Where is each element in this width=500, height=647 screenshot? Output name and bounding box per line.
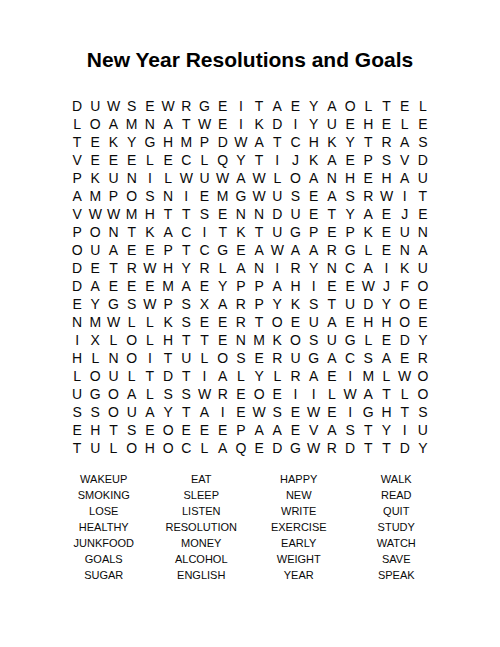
grid-cell: H [159, 259, 177, 277]
grid-cell: D [68, 97, 86, 115]
grid-cell: U [268, 187, 286, 205]
grid-cell: E [341, 115, 359, 133]
grid-cell: T [68, 439, 86, 457]
grid-cell: W [377, 187, 395, 205]
grid-cell: A [232, 169, 250, 187]
grid-cell: R [195, 259, 213, 277]
grid-cell: Y [86, 295, 104, 313]
word-item: READ [348, 487, 446, 503]
grid-cell: L [141, 151, 159, 169]
grid-cell: I [341, 367, 359, 385]
grid-cell: L [195, 349, 213, 367]
grid-cell: D [68, 277, 86, 295]
word-item: WATCH [348, 535, 446, 551]
grid-cell: O [414, 385, 432, 403]
grid-cell: A [377, 349, 395, 367]
grid-cell: A [86, 277, 104, 295]
grid-cell: E [305, 205, 323, 223]
grid-cell: E [214, 313, 232, 331]
grid-cell: A [396, 169, 414, 187]
grid-cell: L [396, 115, 414, 133]
grid-cell: E [123, 277, 141, 295]
grid-cell: U [414, 169, 432, 187]
grid-cell: W [341, 385, 359, 403]
grid-cell: I [286, 385, 304, 403]
word-item: ENGLISH [153, 567, 251, 583]
grid-cell: D [214, 133, 232, 151]
grid-cell: I [141, 169, 159, 187]
grid-cell: A [123, 385, 141, 403]
grid-cell: L [141, 313, 159, 331]
grid-cell: E [323, 277, 341, 295]
grid-cell: D [268, 115, 286, 133]
grid-cell: W [232, 133, 250, 151]
grid-cell: W [214, 169, 232, 187]
grid-cell: U [341, 295, 359, 313]
grid-cell: E [123, 241, 141, 259]
grid-cell: T [396, 403, 414, 421]
word-item: NEW [250, 487, 348, 503]
grid-cell: E [377, 241, 395, 259]
grid-cell: Y [377, 295, 395, 313]
grid-cell: H [305, 133, 323, 151]
grid-cell: Y [377, 421, 395, 439]
grid-cell: T [104, 421, 122, 439]
grid-cell: U [195, 169, 213, 187]
grid-cell: W [359, 277, 377, 295]
grid-cell: E [268, 385, 286, 403]
grid-cell: Y [214, 277, 232, 295]
grid-cell: O [104, 403, 122, 421]
grid-cell: N [232, 331, 250, 349]
grid-cell: U [68, 385, 86, 403]
grid-cell: I [214, 403, 232, 421]
grid-cell: E [177, 421, 195, 439]
grid-cell: U [86, 97, 104, 115]
grid-cell: A [104, 115, 122, 133]
grid-cell: E [250, 439, 268, 457]
grid-cell: S [141, 187, 159, 205]
grid-cell: G [214, 241, 232, 259]
grid-cell: V [68, 205, 86, 223]
grid-cell: H [141, 205, 159, 223]
grid-cell: E [68, 421, 86, 439]
grid-cell: E [195, 277, 213, 295]
grid-cell: A [268, 97, 286, 115]
grid-cell: E [214, 115, 232, 133]
grid-cell: P [68, 169, 86, 187]
grid-cell: S [86, 403, 104, 421]
grid-cell: G [341, 331, 359, 349]
grid-cell: S [268, 403, 286, 421]
grid-cell: M [359, 367, 377, 385]
grid-cell: D [68, 259, 86, 277]
grid-cell: E [323, 367, 341, 385]
grid-cell: S [359, 349, 377, 367]
grid-cell: R [177, 97, 195, 115]
grid-cell: E [323, 223, 341, 241]
grid-cell: H [159, 331, 177, 349]
grid-cell: U [396, 223, 414, 241]
grid-cell: E [141, 241, 159, 259]
grid-cell: E [377, 331, 395, 349]
grid-cell: G [305, 349, 323, 367]
word-item: SUGAR [55, 567, 153, 583]
grid-cell: C [195, 241, 213, 259]
grid-cell: M [86, 313, 104, 331]
grid-cell: H [377, 169, 395, 187]
grid-cell: K [104, 133, 122, 151]
grid-cell: W [195, 385, 213, 403]
grid-cell: A [323, 421, 341, 439]
word-item: GOALS [55, 551, 153, 567]
grid-cell: M [177, 133, 195, 151]
grid-cell: O [86, 367, 104, 385]
word-list-column: EATSLEEPLISTENRESOLUTIONMONEYALCOHOLENGL… [153, 471, 251, 583]
word-item: WEIGHT [250, 551, 348, 567]
grid-cell: E [377, 115, 395, 133]
grid-cell: A [250, 421, 268, 439]
grid-cell: E [232, 403, 250, 421]
grid-cell: E [286, 313, 304, 331]
grid-cell: S [177, 385, 195, 403]
grid-cell: E [86, 133, 104, 151]
grid-cell: Y [177, 259, 195, 277]
grid-cell: T [214, 223, 232, 241]
grid-cell: U [177, 349, 195, 367]
grid-cell: A [414, 241, 432, 259]
grid-cell: P [104, 187, 122, 205]
grid-cell: Y [341, 205, 359, 223]
grid-cell: E [141, 277, 159, 295]
grid-cell: A [214, 295, 232, 313]
grid-cell: E [86, 259, 104, 277]
grid-cell: S [123, 97, 141, 115]
grid-cell: P [250, 277, 268, 295]
grid-cell: Y [250, 367, 268, 385]
grid-cell: N [123, 169, 141, 187]
grid-cell: I [341, 403, 359, 421]
grid-cell: W [268, 241, 286, 259]
word-item: WRITE [250, 503, 348, 519]
grid-cell: N [250, 259, 268, 277]
grid-cell: P [341, 223, 359, 241]
grid-cell: A [250, 133, 268, 151]
grid-cell: E [123, 151, 141, 169]
grid-cell: O [268, 313, 286, 331]
grid-cell: O [86, 223, 104, 241]
grid-cell: E [377, 223, 395, 241]
grid-cell: I [68, 331, 86, 349]
grid-cell: U [86, 241, 104, 259]
grid-cell: I [195, 367, 213, 385]
grid-cell: G [232, 187, 250, 205]
grid-cell: K [268, 331, 286, 349]
grid-cell: L [68, 115, 86, 133]
grid-cell: T [359, 133, 377, 151]
word-item: JUNKFOOD [55, 535, 153, 551]
grid-cell: K [323, 133, 341, 151]
grid-cell: H [377, 313, 395, 331]
grid-cell: E [104, 151, 122, 169]
grid-cell: N [159, 187, 177, 205]
grid-cell: E [232, 241, 250, 259]
grid-cell: C [177, 439, 195, 457]
grid-cell: M [214, 187, 232, 205]
grid-cell: V [305, 421, 323, 439]
grid-cell: E [414, 115, 432, 133]
grid-cell: L [141, 385, 159, 403]
grid-cell: L [268, 169, 286, 187]
grid-cell: I [268, 151, 286, 169]
grid-cell: U [104, 367, 122, 385]
grid-cell: R [323, 241, 341, 259]
grid-cell: L [86, 349, 104, 367]
grid-cell: T [68, 133, 86, 151]
letter-grid: DUWSEWRGEITAEYAOLTELLOAMNATWEIKDIYUEHELE… [68, 97, 432, 457]
grid-cell: W [195, 115, 213, 133]
grid-cell: T [177, 403, 195, 421]
grid-cell: E [214, 205, 232, 223]
grid-cell: T [359, 439, 377, 457]
grid-cell: T [377, 385, 395, 403]
grid-cell: W [86, 205, 104, 223]
word-item: SAVE [348, 551, 446, 567]
grid-cell: W [104, 313, 122, 331]
grid-cell: R [232, 295, 250, 313]
grid-cell: W [250, 169, 268, 187]
grid-cell: N [104, 223, 122, 241]
grid-cell: P [250, 295, 268, 313]
grid-cell: E [195, 421, 213, 439]
grid-cell: A [250, 241, 268, 259]
grid-cell: L [141, 331, 159, 349]
grid-cell: U [305, 313, 323, 331]
grid-cell: T [177, 205, 195, 223]
grid-cell: I [195, 223, 213, 241]
grid-cell: L [414, 97, 432, 115]
grid-cell: W [159, 97, 177, 115]
grid-cell: A [305, 241, 323, 259]
puzzle-title: New Year Resolutions and Goals [0, 48, 500, 72]
grid-cell: W [104, 205, 122, 223]
grid-cell: I [305, 277, 323, 295]
grid-cell: T [250, 97, 268, 115]
grid-cell: O [250, 385, 268, 403]
grid-cell: E [86, 151, 104, 169]
grid-cell: T [250, 313, 268, 331]
grid-cell: D [341, 439, 359, 457]
grid-cell: E [195, 313, 213, 331]
grid-cell: R [359, 187, 377, 205]
grid-cell: T [268, 133, 286, 151]
grid-cell: Y [159, 403, 177, 421]
grid-cell: R [214, 385, 232, 403]
grid-cell: A [195, 403, 213, 421]
grid-cell: T [159, 349, 177, 367]
grid-cell: N [232, 205, 250, 223]
word-item: EAT [153, 471, 251, 487]
grid-cell: L [214, 259, 232, 277]
grid-cell: E [214, 97, 232, 115]
grid-cell: A [323, 97, 341, 115]
grid-cell: A [268, 421, 286, 439]
grid-cell: T [377, 97, 395, 115]
grid-cell: L [359, 97, 377, 115]
grid-cell: R [414, 349, 432, 367]
grid-cell: N [141, 115, 159, 133]
grid-cell: I [286, 115, 304, 133]
grid-cell: N [104, 349, 122, 367]
grid-cell: N [250, 205, 268, 223]
grid-cell: L [159, 169, 177, 187]
grid-cell: A [305, 367, 323, 385]
grid-cell: H [286, 277, 304, 295]
grid-cell: I [377, 259, 395, 277]
word-item: STUDY [348, 519, 446, 535]
grid-cell: A [286, 241, 304, 259]
grid-cell: O [123, 439, 141, 457]
grid-cell: X [195, 295, 213, 313]
grid-cell: A [159, 115, 177, 133]
grid-cell: E [414, 295, 432, 313]
grid-cell: T [177, 367, 195, 385]
grid-cell: A [359, 205, 377, 223]
grid-cell: E [286, 403, 304, 421]
grid-cell: L [123, 313, 141, 331]
grid-cell: L [396, 385, 414, 403]
word-item: LISTEN [153, 503, 251, 519]
word-list-column: HAPPYNEWWRITEEXERCISEEARLYWEIGHTYEAR [250, 471, 348, 583]
grid-cell: L [268, 367, 286, 385]
grid-cell: T [159, 205, 177, 223]
grid-cell: T [250, 223, 268, 241]
grid-cell: W [104, 97, 122, 115]
grid-cell: P [232, 421, 250, 439]
grid-cell: S [341, 421, 359, 439]
word-item: MONEY [153, 535, 251, 551]
grid-cell: O [414, 367, 432, 385]
grid-cell: S [177, 313, 195, 331]
grid-cell: O [86, 115, 104, 133]
grid-cell: W [250, 187, 268, 205]
grid-cell: L [377, 367, 395, 385]
grid-cell: E [286, 421, 304, 439]
grid-cell: T [250, 151, 268, 169]
word-item: EARLY [250, 535, 348, 551]
grid-cell: R [286, 367, 304, 385]
grid-cell: H [141, 439, 159, 457]
grid-cell: G [141, 133, 159, 151]
grid-cell: E [159, 151, 177, 169]
grid-cell: R [286, 259, 304, 277]
grid-cell: G [286, 223, 304, 241]
grid-cell: K [86, 169, 104, 187]
grid-cell: E [396, 349, 414, 367]
grid-cell: S [123, 421, 141, 439]
grid-cell: P [232, 277, 250, 295]
word-list: WAKEUPSMOKINGLOSEHEALTHYJUNKFOODGOALSSUG… [55, 471, 445, 583]
grid-cell: E [195, 187, 213, 205]
grid-cell: E [250, 349, 268, 367]
grid-cell: O [123, 349, 141, 367]
grid-cell: S [159, 385, 177, 403]
grid-cell: T [177, 241, 195, 259]
grid-cell: L [123, 367, 141, 385]
grid-cell: D [159, 367, 177, 385]
grid-cell: L [195, 439, 213, 457]
grid-cell: A [232, 259, 250, 277]
grid-cell: E [341, 313, 359, 331]
grid-cell: A [177, 277, 195, 295]
grid-cell: K [359, 223, 377, 241]
grid-cell: Y [123, 133, 141, 151]
grid-cell: U [286, 349, 304, 367]
grid-cell: E [359, 169, 377, 187]
grid-cell: Y [305, 97, 323, 115]
word-item: HEALTHY [55, 519, 153, 535]
grid-cell: O [123, 331, 141, 349]
grid-cell: A [68, 187, 86, 205]
grid-cell: A [104, 241, 122, 259]
word-item: SPEAK [348, 567, 446, 583]
grid-cell: E [377, 205, 395, 223]
grid-cell: A [323, 151, 341, 169]
grid-cell: K [305, 151, 323, 169]
grid-cell: L [68, 367, 86, 385]
grid-cell: T [323, 295, 341, 313]
grid-cell: F [396, 277, 414, 295]
grid-cell: D [396, 331, 414, 349]
grid-cell: I [232, 115, 250, 133]
grid-cell: T [414, 187, 432, 205]
grid-cell: L [232, 367, 250, 385]
word-list-column: WAKEUPSMOKINGLOSEHEALTHYJUNKFOODGOALSSUG… [55, 471, 153, 583]
grid-cell: G [195, 97, 213, 115]
grid-cell: S [286, 187, 304, 205]
grid-cell: E [414, 313, 432, 331]
grid-cell: P [159, 241, 177, 259]
grid-cell: X [86, 331, 104, 349]
grid-cell: L [323, 385, 341, 403]
grid-cell: N [414, 223, 432, 241]
word-search-page: New Year Resolutions and Goals DUWSEWRGE… [0, 0, 500, 647]
grid-cell: A [323, 313, 341, 331]
grid-cell: T [377, 439, 395, 457]
grid-cell: S [232, 349, 250, 367]
grid-cell: N [68, 313, 86, 331]
grid-cell: T [177, 115, 195, 133]
grid-cell: P [159, 295, 177, 313]
grid-cell: K [396, 259, 414, 277]
grid-cell: E [305, 187, 323, 205]
grid-cell: K [232, 223, 250, 241]
grid-cell: S [377, 151, 395, 169]
grid-cell: C [286, 133, 304, 151]
grid-cell: R [232, 313, 250, 331]
grid-cell: N [323, 169, 341, 187]
grid-cell: A [396, 133, 414, 151]
grid-cell: N [323, 259, 341, 277]
grid-cell: T [359, 421, 377, 439]
grid-cell: H [377, 403, 395, 421]
grid-cell: Y [232, 151, 250, 169]
grid-cell: S [177, 295, 195, 313]
grid-cell: E [323, 403, 341, 421]
grid-cell: W [396, 367, 414, 385]
grid-cell: E [214, 331, 232, 349]
grid-cell: T [123, 223, 141, 241]
